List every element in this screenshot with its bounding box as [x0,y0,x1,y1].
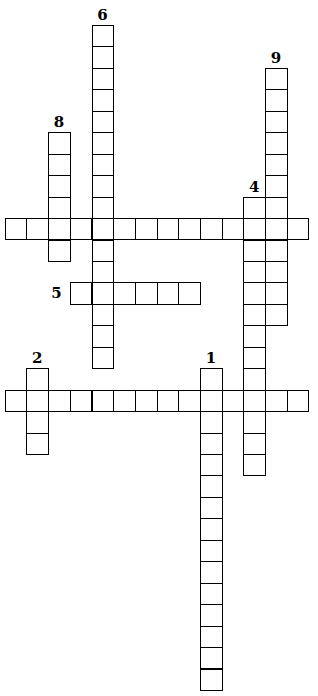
cell-r13-c12[interactable] [265,304,288,326]
cell-r6-c4[interactable] [92,154,115,176]
cell-r17-c5[interactable] [113,390,136,412]
cell-r12-c5[interactable] [113,282,136,304]
cell-r30-c9[interactable] [200,669,223,691]
cell-r5-c12[interactable] [265,132,288,154]
cell-r17-c7[interactable] [157,390,180,412]
cell-r17-c13[interactable] [287,390,310,412]
cell-r18-c1[interactable] [26,411,49,433]
cell-r7-c2[interactable] [48,175,71,197]
cell-r17-c3[interactable] [70,390,93,412]
cell-r9-c8[interactable] [178,218,201,240]
cell-r15-c11[interactable] [243,347,266,369]
cell-r18-c11[interactable] [243,411,266,433]
cell-r7-c4[interactable] [92,175,115,197]
cell-r9-c7[interactable] [157,218,180,240]
cell-r17-c1[interactable] [26,390,49,412]
cell-r10-c12[interactable] [265,240,288,262]
cell-r18-c9[interactable] [200,411,223,433]
cell-r12-c11[interactable] [243,282,266,304]
cell-r15-c4[interactable] [92,347,115,369]
cell-r12-c12[interactable] [265,282,288,304]
cell-r12-c7[interactable] [157,282,180,304]
clue-number-9: 9 [265,49,287,67]
cell-r11-c11[interactable] [243,261,266,283]
cell-r9-c4[interactable] [92,218,115,240]
cell-r0-c4[interactable] [92,25,115,47]
cell-r13-c4[interactable] [92,304,115,326]
cell-r10-c4[interactable] [92,240,115,262]
cell-r12-c4[interactable] [92,282,115,304]
cell-r13-c11[interactable] [243,304,266,326]
cell-r17-c12[interactable] [265,390,288,412]
cell-r1-c4[interactable] [92,46,115,68]
cell-r21-c9[interactable] [200,475,223,497]
cell-r9-c2[interactable] [48,218,71,240]
cell-r10-c2[interactable] [48,240,71,262]
cell-r11-c4[interactable] [92,261,115,283]
cell-r17-c8[interactable] [178,390,201,412]
cell-r16-c11[interactable] [243,368,266,390]
crossword-board: 1245689 [0,0,318,696]
cell-r17-c2[interactable] [48,390,71,412]
cell-r29-c9[interactable] [200,647,223,669]
cell-r12-c3[interactable] [70,282,93,304]
cell-r19-c9[interactable] [200,433,223,455]
cell-r14-c11[interactable] [243,325,266,347]
cell-r17-c10[interactable] [222,390,245,412]
cell-r8-c2[interactable] [48,197,71,219]
cell-r6-c2[interactable] [48,154,71,176]
cell-r4-c12[interactable] [265,111,288,133]
cell-r8-c11[interactable] [243,197,266,219]
cell-r8-c12[interactable] [265,197,288,219]
cell-r5-c2[interactable] [48,132,71,154]
cell-r17-c6[interactable] [135,390,158,412]
cell-r3-c4[interactable] [92,89,115,111]
cell-r19-c11[interactable] [243,433,266,455]
cell-r17-c9[interactable] [200,390,223,412]
cell-r9-c1[interactable] [26,218,49,240]
clue-number-2: 2 [26,349,48,367]
cell-r9-c3[interactable] [70,218,93,240]
cell-r10-c11[interactable] [243,240,266,262]
cell-r23-c9[interactable] [200,518,223,540]
cell-r12-c8[interactable] [178,282,201,304]
cell-r7-c12[interactable] [265,175,288,197]
cell-r14-c4[interactable] [92,325,115,347]
cell-r9-c12[interactable] [265,218,288,240]
cell-r9-c10[interactable] [222,218,245,240]
cell-r16-c1[interactable] [26,368,49,390]
cell-r12-c6[interactable] [135,282,158,304]
cell-r3-c12[interactable] [265,89,288,111]
clue-number-1: 1 [200,349,222,367]
cell-r28-c9[interactable] [200,626,223,648]
cell-r9-c5[interactable] [113,218,136,240]
cell-r9-c9[interactable] [200,218,223,240]
cell-r24-c9[interactable] [200,540,223,562]
cell-r27-c9[interactable] [200,604,223,626]
clue-number-5: 5 [44,284,62,302]
cell-r4-c4[interactable] [92,111,115,133]
cell-r20-c11[interactable] [243,454,266,476]
cell-r9-c11[interactable] [243,218,266,240]
cell-r17-c4[interactable] [92,390,115,412]
cell-r11-c12[interactable] [265,261,288,283]
cell-r5-c4[interactable] [92,132,115,154]
clue-number-8: 8 [48,113,70,131]
cell-r6-c12[interactable] [265,154,288,176]
cell-r9-c13[interactable] [287,218,310,240]
cell-r9-c6[interactable] [135,218,158,240]
cell-r17-c0[interactable] [5,390,28,412]
cell-r22-c9[interactable] [200,497,223,519]
cell-r2-c12[interactable] [265,68,288,90]
cell-r2-c4[interactable] [92,68,115,90]
cell-r9-c0[interactable] [5,218,28,240]
clue-number-6: 6 [92,6,114,24]
cell-r8-c4[interactable] [92,197,115,219]
cell-r16-c9[interactable] [200,368,223,390]
clue-number-4: 4 [243,178,265,196]
cell-r17-c11[interactable] [243,390,266,412]
cell-r20-c9[interactable] [200,454,223,476]
cell-r19-c1[interactable] [26,433,49,455]
cell-r25-c9[interactable] [200,561,223,583]
cell-r26-c9[interactable] [200,583,223,605]
